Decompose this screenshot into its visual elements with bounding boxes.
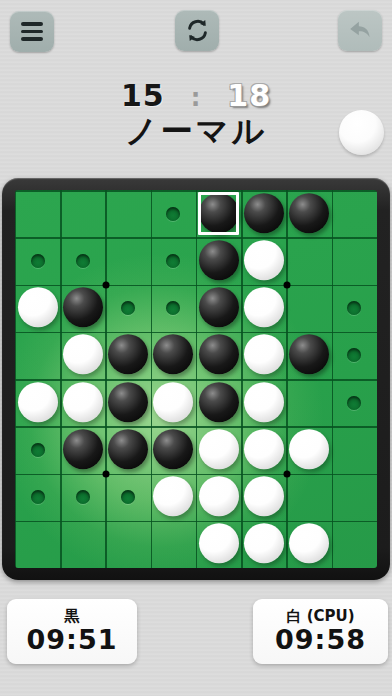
- legal-move-dot-b2: [76, 254, 90, 268]
- cell-f3[interactable]: [241, 285, 286, 332]
- star-point: [102, 470, 109, 477]
- white-clock: 白 (CPU) 09:58: [253, 599, 388, 664]
- black-disc-c5: [108, 382, 148, 422]
- white-disc-d7: [153, 476, 193, 516]
- cell-b4[interactable]: [60, 332, 105, 379]
- cell-c8[interactable]: [106, 521, 151, 568]
- cell-e7[interactable]: [196, 474, 241, 521]
- black-disc-e3: [199, 287, 239, 327]
- cell-d7[interactable]: [151, 474, 196, 521]
- cell-g4[interactable]: [287, 332, 332, 379]
- black-disc-e2: [199, 240, 239, 280]
- cell-b7[interactable]: [60, 474, 105, 521]
- cell-d2[interactable]: [151, 237, 196, 284]
- legal-move-dot-a7: [31, 490, 45, 504]
- cell-h2[interactable]: [332, 237, 377, 284]
- cell-e6[interactable]: [196, 426, 241, 473]
- cell-g2[interactable]: [287, 237, 332, 284]
- cell-b1[interactable]: [60, 190, 105, 237]
- cell-h7[interactable]: [332, 474, 377, 521]
- cell-d6[interactable]: [151, 426, 196, 473]
- legal-move-dot-c7: [121, 490, 135, 504]
- white-disc-e7: [199, 476, 239, 516]
- white-clock-label: 白 (CPU): [286, 608, 354, 625]
- legal-move-dot-d1: [166, 207, 180, 221]
- cell-b3[interactable]: [60, 285, 105, 332]
- cell-b2[interactable]: [60, 237, 105, 284]
- undo-arrow-icon: [346, 17, 374, 45]
- legal-move-dot-a2: [31, 254, 45, 268]
- legal-move-dot-h5: [347, 396, 361, 410]
- cell-c2[interactable]: [106, 237, 151, 284]
- cell-a2[interactable]: [15, 237, 60, 284]
- legal-move-dot-d3: [166, 301, 180, 315]
- cell-e8[interactable]: [196, 521, 241, 568]
- black-clock: 黒 09:51: [7, 599, 137, 664]
- star-point: [283, 470, 290, 477]
- legal-move-dot-h4: [347, 348, 361, 362]
- white-disc-e6: [199, 429, 239, 469]
- cell-h5[interactable]: [332, 379, 377, 426]
- cell-g7[interactable]: [287, 474, 332, 521]
- black-disc-c6: [108, 429, 148, 469]
- white-disc-f2: [244, 240, 284, 280]
- black-disc-g4: [289, 335, 329, 375]
- white-score: 18: [227, 78, 271, 113]
- cell-h6[interactable]: [332, 426, 377, 473]
- black-disc-d4: [153, 335, 193, 375]
- cell-d1[interactable]: [151, 190, 196, 237]
- white-disc-a5: [18, 382, 58, 422]
- legal-move-dot-d2: [166, 254, 180, 268]
- cell-g6[interactable]: [287, 426, 332, 473]
- cell-g3[interactable]: [287, 285, 332, 332]
- cell-h4[interactable]: [332, 332, 377, 379]
- black-disc-e5: [199, 382, 239, 422]
- black-disc-e4: [199, 335, 239, 375]
- cell-b5[interactable]: [60, 379, 105, 426]
- hamburger-icon: [21, 22, 43, 41]
- cell-a7[interactable]: [15, 474, 60, 521]
- cell-d8[interactable]: [151, 521, 196, 568]
- score-separator: :: [191, 84, 202, 112]
- mode-label: ノーマル: [0, 110, 392, 154]
- cell-d4[interactable]: [151, 332, 196, 379]
- menu-button[interactable]: [10, 11, 54, 52]
- undo-button[interactable]: [338, 10, 382, 51]
- white-disc-b4: [63, 335, 103, 375]
- refresh-icon: [184, 17, 211, 44]
- cell-c5[interactable]: [106, 379, 151, 426]
- cell-e4[interactable]: [196, 332, 241, 379]
- cell-c3[interactable]: [106, 285, 151, 332]
- cell-a5[interactable]: [15, 379, 60, 426]
- white-disc-e8: [199, 524, 239, 564]
- cell-c6[interactable]: [106, 426, 151, 473]
- cell-g8[interactable]: [287, 521, 332, 568]
- cell-f6[interactable]: [241, 426, 286, 473]
- legal-move-dot-a6: [31, 443, 45, 457]
- cell-f5[interactable]: [241, 379, 286, 426]
- app-screen: 15 : 18 ノーマル 黒 09:51 白 (CPU) 09:58: [0, 0, 392, 696]
- cell-e3[interactable]: [196, 285, 241, 332]
- cell-a4[interactable]: [15, 332, 60, 379]
- board: [15, 190, 377, 568]
- restart-button[interactable]: [175, 10, 219, 51]
- turn-indicator-white-ball: [339, 110, 384, 155]
- cell-e1[interactable]: [196, 190, 241, 237]
- cell-a8[interactable]: [15, 521, 60, 568]
- cell-d3[interactable]: [151, 285, 196, 332]
- black-disc-g1: [289, 193, 329, 233]
- star-point: [102, 281, 109, 288]
- cell-a6[interactable]: [15, 426, 60, 473]
- white-clock-time: 09:58: [275, 625, 366, 655]
- star-point: [283, 281, 290, 288]
- black-disc-f1: [244, 193, 284, 233]
- black-disc-c4: [108, 335, 148, 375]
- cell-h8[interactable]: [332, 521, 377, 568]
- black-disc-b3: [63, 287, 103, 327]
- white-disc-d5: [153, 382, 193, 422]
- white-disc-f6: [244, 429, 284, 469]
- cell-e5[interactable]: [196, 379, 241, 426]
- legal-move-dot-h3: [347, 301, 361, 315]
- black-disc-b6: [63, 429, 103, 469]
- white-disc-f3: [244, 287, 284, 327]
- score-row: 15 : 18: [0, 78, 392, 113]
- white-disc-f7: [244, 476, 284, 516]
- cell-f2[interactable]: [241, 237, 286, 284]
- white-disc-g6: [289, 429, 329, 469]
- cell-f4[interactable]: [241, 332, 286, 379]
- cell-g1[interactable]: [287, 190, 332, 237]
- black-clock-time: 09:51: [27, 625, 118, 655]
- white-disc-f5: [244, 382, 284, 422]
- black-clock-label: 黒: [65, 608, 80, 625]
- white-disc-f4: [244, 335, 284, 375]
- cell-g5[interactable]: [287, 379, 332, 426]
- cell-f1[interactable]: [241, 190, 286, 237]
- cell-a3[interactable]: [15, 285, 60, 332]
- legal-move-dot-b7: [76, 490, 90, 504]
- cell-h1[interactable]: [332, 190, 377, 237]
- cell-b8[interactable]: [60, 521, 105, 568]
- white-disc-b5: [63, 382, 103, 422]
- board-grid: [15, 190, 377, 568]
- cell-e2[interactable]: [196, 237, 241, 284]
- black-score: 15: [121, 78, 165, 113]
- cell-f7[interactable]: [241, 474, 286, 521]
- cell-f8[interactable]: [241, 521, 286, 568]
- white-disc-g8: [289, 524, 329, 564]
- legal-move-dot-c3: [121, 301, 135, 315]
- black-disc-d6: [153, 429, 193, 469]
- cell-c7[interactable]: [106, 474, 151, 521]
- cell-c4[interactable]: [106, 332, 151, 379]
- cell-c1[interactable]: [106, 190, 151, 237]
- board-frame: [2, 178, 390, 580]
- white-disc-a3: [18, 287, 58, 327]
- cell-h3[interactable]: [332, 285, 377, 332]
- white-disc-f8: [244, 524, 284, 564]
- black-disc-e1: [199, 193, 239, 233]
- cell-b6[interactable]: [60, 426, 105, 473]
- cell-d5[interactable]: [151, 379, 196, 426]
- cell-a1[interactable]: [15, 190, 60, 237]
